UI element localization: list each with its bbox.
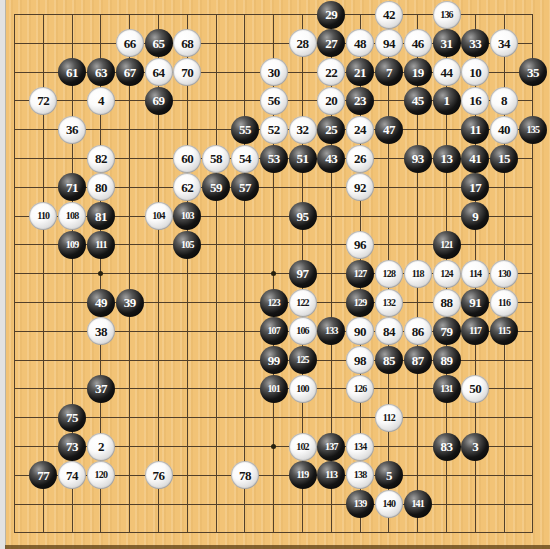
move-number: 26 [354, 152, 366, 165]
star-point [98, 271, 103, 276]
move-number: 52 [268, 123, 280, 136]
stone-white-114[interactable]: 114 [461, 260, 489, 288]
move-number: 43 [325, 152, 337, 165]
stone-black-41[interactable]: 41 [461, 145, 489, 173]
stone-white-80[interactable]: 80 [87, 173, 115, 201]
stone-white-52[interactable]: 52 [260, 116, 288, 144]
move-number: 139 [354, 499, 367, 509]
stone-white-56[interactable]: 56 [260, 87, 288, 115]
stone-black-35[interactable]: 35 [519, 58, 547, 86]
move-number: 41 [469, 152, 481, 165]
move-number: 127 [354, 269, 367, 279]
stone-white-72[interactable]: 72 [29, 87, 57, 115]
stone-black-91[interactable]: 91 [461, 289, 489, 317]
stone-black-103[interactable]: 103 [173, 202, 201, 230]
move-number: 42 [383, 8, 395, 21]
move-number: 136 [440, 10, 453, 20]
stone-black-1[interactable]: 1 [433, 87, 461, 115]
stone-black-129[interactable]: 129 [346, 289, 374, 317]
stone-white-10[interactable]: 10 [461, 58, 489, 86]
stone-white-138[interactable]: 138 [346, 461, 374, 489]
stone-black-85[interactable]: 85 [375, 346, 403, 374]
stone-black-45[interactable]: 45 [404, 87, 432, 115]
stone-white-130[interactable]: 130 [490, 260, 518, 288]
move-number: 76 [153, 469, 165, 482]
stone-white-22[interactable]: 22 [317, 58, 345, 86]
move-number: 57 [239, 181, 251, 194]
move-number: 121 [440, 240, 453, 250]
stone-black-121[interactable]: 121 [433, 231, 461, 259]
move-number: 122 [296, 298, 309, 308]
stone-white-68[interactable]: 68 [173, 29, 201, 57]
move-number: 115 [498, 326, 510, 336]
stone-white-112[interactable]: 112 [375, 404, 403, 432]
move-number: 54 [239, 152, 251, 165]
stone-white-20[interactable]: 20 [317, 87, 345, 115]
stone-black-33[interactable]: 33 [461, 29, 489, 57]
stone-white-132[interactable]: 132 [375, 289, 403, 317]
move-number: 96 [354, 238, 366, 251]
move-number: 10 [469, 66, 481, 79]
stone-black-17[interactable]: 17 [461, 173, 489, 201]
move-number: 38 [95, 325, 107, 338]
stone-white-140[interactable]: 140 [375, 490, 403, 518]
move-number: 123 [267, 298, 280, 308]
stone-black-63[interactable]: 63 [87, 58, 115, 86]
move-number: 111 [95, 240, 107, 250]
move-number: 138 [354, 470, 367, 480]
move-number: 84 [383, 325, 395, 338]
move-number: 140 [383, 499, 396, 509]
stone-white-34[interactable]: 34 [490, 29, 518, 57]
stone-black-11[interactable]: 11 [461, 116, 489, 144]
stone-black-19[interactable]: 19 [404, 58, 432, 86]
move-number: 60 [181, 152, 193, 165]
stone-black-93[interactable]: 93 [404, 145, 432, 173]
move-number: 130 [498, 269, 511, 279]
move-number: 87 [412, 354, 424, 367]
move-number: 56 [268, 94, 280, 107]
move-number: 99 [268, 354, 280, 367]
move-number: 113 [325, 470, 337, 480]
move-number: 125 [296, 355, 309, 365]
stone-white-104[interactable]: 104 [145, 202, 173, 230]
move-number: 83 [441, 440, 453, 453]
move-number: 4 [98, 94, 104, 107]
move-number: 110 [37, 211, 49, 221]
stone-black-61[interactable]: 61 [58, 58, 86, 86]
stone-white-108[interactable]: 108 [58, 202, 86, 230]
move-number: 48 [354, 37, 366, 50]
stone-black-125[interactable]: 125 [289, 346, 317, 374]
move-number: 95 [297, 210, 309, 223]
move-number: 70 [181, 66, 193, 79]
stone-black-57[interactable]: 57 [231, 173, 259, 201]
stone-black-81[interactable]: 81 [87, 202, 115, 230]
stone-white-40[interactable]: 40 [490, 116, 518, 144]
stone-black-89[interactable]: 89 [433, 346, 461, 374]
stone-black-97[interactable]: 97 [289, 260, 317, 288]
stone-black-13[interactable]: 13 [433, 145, 461, 173]
move-number: 22 [325, 66, 337, 79]
grid-horizontal-line [14, 504, 533, 505]
stone-black-83[interactable]: 83 [433, 433, 461, 461]
stone-white-88[interactable]: 88 [433, 289, 461, 317]
stone-black-23[interactable]: 23 [346, 87, 374, 115]
go-app-screen: 1234578910111315161719202122232425262728… [0, 0, 550, 549]
stone-black-5[interactable]: 5 [375, 461, 403, 489]
move-number: 72 [37, 94, 49, 107]
move-number: 117 [469, 326, 481, 336]
move-number: 2 [98, 440, 104, 453]
stone-black-37[interactable]: 37 [87, 375, 115, 403]
stone-white-134[interactable]: 134 [346, 433, 374, 461]
stone-white-16[interactable]: 16 [461, 87, 489, 115]
move-number: 107 [267, 326, 280, 336]
move-number: 71 [66, 181, 78, 194]
move-number: 97 [297, 267, 309, 280]
move-number: 17 [469, 181, 481, 194]
stone-black-59[interactable]: 59 [202, 173, 230, 201]
move-number: 135 [527, 125, 540, 135]
stone-white-30[interactable]: 30 [260, 58, 288, 86]
stone-white-118[interactable]: 118 [404, 260, 432, 288]
move-number: 9 [472, 210, 478, 223]
stone-black-15[interactable]: 15 [490, 145, 518, 173]
move-number: 35 [527, 66, 539, 79]
move-number: 29 [325, 8, 337, 21]
move-number: 11 [470, 123, 481, 136]
stone-white-2[interactable]: 2 [87, 433, 115, 461]
stone-white-46[interactable]: 46 [404, 29, 432, 57]
stone-white-64[interactable]: 64 [145, 58, 173, 86]
stone-white-50[interactable]: 50 [461, 375, 489, 403]
stone-white-60[interactable]: 60 [173, 145, 201, 173]
stone-black-75[interactable]: 75 [58, 404, 86, 432]
stone-white-86[interactable]: 86 [404, 317, 432, 345]
stone-white-38[interactable]: 38 [87, 317, 115, 345]
move-number: 101 [267, 384, 280, 394]
stone-black-137[interactable]: 137 [317, 433, 345, 461]
move-number: 63 [95, 66, 107, 79]
stone-black-67[interactable]: 67 [116, 58, 144, 86]
move-number: 59 [210, 181, 222, 194]
move-number: 5 [386, 469, 392, 482]
stone-black-135[interactable]: 135 [519, 116, 547, 144]
move-number: 73 [66, 440, 78, 453]
move-number: 134 [354, 442, 367, 452]
move-number: 32 [297, 123, 309, 136]
stone-white-136[interactable]: 136 [433, 1, 461, 29]
stone-white-62[interactable]: 62 [173, 173, 201, 201]
stone-black-29[interactable]: 29 [317, 1, 345, 29]
move-number: 37 [95, 382, 107, 395]
move-number: 19 [412, 66, 424, 79]
stone-white-116[interactable]: 116 [490, 289, 518, 317]
star-point [271, 271, 276, 276]
move-number: 16 [469, 94, 481, 107]
stone-black-99[interactable]: 99 [260, 346, 288, 374]
stone-white-26[interactable]: 26 [346, 145, 374, 173]
move-number: 103 [181, 211, 194, 221]
move-number: 46 [412, 37, 424, 50]
move-number: 126 [354, 384, 367, 394]
stone-white-128[interactable]: 128 [375, 260, 403, 288]
move-number: 109 [66, 240, 79, 250]
move-number: 89 [441, 354, 453, 367]
stone-black-127[interactable]: 127 [346, 260, 374, 288]
move-number: 82 [95, 152, 107, 165]
grid-vertical-line [532, 14, 533, 533]
move-number: 25 [325, 123, 337, 136]
move-number: 7 [386, 66, 392, 79]
stone-white-92[interactable]: 92 [346, 173, 374, 201]
stone-white-110[interactable]: 110 [29, 202, 57, 230]
move-number: 44 [441, 66, 453, 79]
move-number: 75 [66, 411, 78, 424]
move-number: 23 [354, 94, 366, 107]
move-number: 24 [354, 123, 366, 136]
move-number: 13 [441, 152, 453, 165]
stone-black-119[interactable]: 119 [289, 461, 317, 489]
move-number: 53 [268, 152, 280, 165]
board-bottom-edge [5, 545, 550, 549]
stone-black-55[interactable]: 55 [231, 116, 259, 144]
move-number: 28 [297, 37, 309, 50]
stone-black-53[interactable]: 53 [260, 145, 288, 173]
stone-black-9[interactable]: 9 [461, 202, 489, 230]
move-number: 3 [472, 440, 478, 453]
move-number: 104 [152, 211, 165, 221]
stone-white-124[interactable]: 124 [433, 260, 461, 288]
stone-black-111[interactable]: 111 [87, 231, 115, 259]
move-number: 91 [469, 296, 481, 309]
move-number: 33 [469, 37, 481, 50]
stone-black-27[interactable]: 27 [317, 29, 345, 57]
stone-black-117[interactable]: 117 [461, 317, 489, 345]
stone-black-31[interactable]: 31 [433, 29, 461, 57]
move-number: 78 [239, 469, 251, 482]
move-number: 90 [354, 325, 366, 338]
window-left-edge [0, 0, 6, 549]
move-number: 85 [383, 354, 395, 367]
move-number: 77 [37, 469, 49, 482]
stone-black-107[interactable]: 107 [260, 317, 288, 345]
stone-white-94[interactable]: 94 [375, 29, 403, 57]
stone-black-141[interactable]: 141 [404, 490, 432, 518]
move-number: 62 [181, 181, 193, 194]
stone-white-126[interactable]: 126 [346, 375, 374, 403]
stone-white-106[interactable]: 106 [289, 317, 317, 345]
move-number: 124 [440, 269, 453, 279]
move-number: 40 [498, 123, 510, 136]
stone-black-77[interactable]: 77 [29, 461, 57, 489]
move-number: 45 [412, 94, 424, 107]
stone-black-79[interactable]: 79 [433, 317, 461, 345]
stone-black-21[interactable]: 21 [346, 58, 374, 86]
grid-horizontal-line [14, 417, 533, 418]
stone-black-113[interactable]: 113 [317, 461, 345, 489]
move-number: 66 [124, 37, 136, 50]
stone-black-95[interactable]: 95 [289, 202, 317, 230]
move-number: 86 [412, 325, 424, 338]
move-number: 93 [412, 152, 424, 165]
stone-black-101[interactable]: 101 [260, 375, 288, 403]
stone-black-123[interactable]: 123 [260, 289, 288, 317]
stone-white-76[interactable]: 76 [145, 461, 173, 489]
stone-black-25[interactable]: 25 [317, 116, 345, 144]
move-number: 128 [383, 269, 396, 279]
move-number: 67 [124, 66, 136, 79]
stone-white-74[interactable]: 74 [58, 461, 86, 489]
stone-white-96[interactable]: 96 [346, 231, 374, 259]
stone-white-100[interactable]: 100 [289, 375, 317, 403]
move-number: 39 [124, 296, 136, 309]
stone-black-87[interactable]: 87 [404, 346, 432, 374]
stone-white-4[interactable]: 4 [87, 87, 115, 115]
stone-black-69[interactable]: 69 [145, 87, 173, 115]
grid-horizontal-line [14, 532, 533, 533]
move-number: 141 [411, 499, 424, 509]
move-number: 8 [501, 94, 507, 107]
move-number: 131 [440, 384, 453, 394]
stone-white-102[interactable]: 102 [289, 433, 317, 461]
stone-black-71[interactable]: 71 [58, 173, 86, 201]
move-number: 1 [444, 94, 450, 107]
move-number: 21 [354, 66, 366, 79]
move-number: 68 [181, 37, 193, 50]
stone-white-28[interactable]: 28 [289, 29, 317, 57]
stone-white-44[interactable]: 44 [433, 58, 461, 86]
move-number: 81 [95, 210, 107, 223]
stone-black-115[interactable]: 115 [490, 317, 518, 345]
move-number: 50 [469, 382, 481, 395]
stone-white-66[interactable]: 66 [116, 29, 144, 57]
move-number: 34 [498, 37, 510, 50]
move-number: 55 [239, 123, 251, 136]
move-number: 100 [296, 384, 309, 394]
move-number: 49 [95, 296, 107, 309]
star-point [271, 444, 276, 449]
move-number: 64 [153, 66, 165, 79]
move-number: 114 [469, 269, 481, 279]
stone-black-139[interactable]: 139 [346, 490, 374, 518]
move-number: 88 [441, 296, 453, 309]
go-board[interactable]: 1234578910111315161719202122232425262728… [0, 0, 550, 549]
stone-black-3[interactable]: 3 [461, 433, 489, 461]
move-number: 65 [153, 37, 165, 50]
stone-black-49[interactable]: 49 [87, 289, 115, 317]
move-number: 80 [95, 181, 107, 194]
stone-black-43[interactable]: 43 [317, 145, 345, 173]
move-number: 129 [354, 298, 367, 308]
move-number: 69 [153, 94, 165, 107]
move-number: 30 [268, 66, 280, 79]
stone-white-58[interactable]: 58 [202, 145, 230, 173]
stone-black-133[interactable]: 133 [317, 317, 345, 345]
stone-white-90[interactable]: 90 [346, 317, 374, 345]
move-number: 133 [325, 326, 338, 336]
move-number: 74 [66, 469, 78, 482]
move-number: 132 [383, 298, 396, 308]
stone-white-98[interactable]: 98 [346, 346, 374, 374]
stone-white-36[interactable]: 36 [58, 116, 86, 144]
move-number: 120 [95, 470, 108, 480]
stone-black-109[interactable]: 109 [58, 231, 86, 259]
move-number: 137 [325, 442, 338, 452]
move-number: 94 [383, 37, 395, 50]
move-number: 106 [296, 326, 309, 336]
move-number: 58 [210, 152, 222, 165]
stone-white-48[interactable]: 48 [346, 29, 374, 57]
move-number: 61 [66, 66, 78, 79]
move-number: 47 [383, 123, 395, 136]
stone-black-73[interactable]: 73 [58, 433, 86, 461]
move-number: 51 [297, 152, 309, 165]
stone-black-105[interactable]: 105 [173, 231, 201, 259]
move-number: 98 [354, 354, 366, 367]
move-number: 79 [441, 325, 453, 338]
stone-black-131[interactable]: 131 [433, 375, 461, 403]
stone-white-70[interactable]: 70 [173, 58, 201, 86]
move-number: 105 [181, 240, 194, 250]
move-number: 118 [412, 269, 424, 279]
stone-white-78[interactable]: 78 [231, 461, 259, 489]
stone-black-7[interactable]: 7 [375, 58, 403, 86]
stone-white-120[interactable]: 120 [87, 461, 115, 489]
move-number: 20 [325, 94, 337, 107]
stone-white-42[interactable]: 42 [375, 1, 403, 29]
stone-white-54[interactable]: 54 [231, 145, 259, 173]
move-number: 112 [383, 413, 395, 423]
move-number: 27 [325, 37, 337, 50]
stone-white-82[interactable]: 82 [87, 145, 115, 173]
stone-white-8[interactable]: 8 [490, 87, 518, 115]
stone-white-32[interactable]: 32 [289, 116, 317, 144]
move-number: 119 [296, 470, 308, 480]
move-number: 92 [354, 181, 366, 194]
move-number: 31 [441, 37, 453, 50]
stone-white-84[interactable]: 84 [375, 317, 403, 345]
stone-black-51[interactable]: 51 [289, 145, 317, 173]
stone-black-39[interactable]: 39 [116, 289, 144, 317]
stone-black-65[interactable]: 65 [145, 29, 173, 57]
stone-white-122[interactable]: 122 [289, 289, 317, 317]
stone-white-24[interactable]: 24 [346, 116, 374, 144]
move-number: 108 [66, 211, 79, 221]
move-number: 15 [498, 152, 510, 165]
move-number: 116 [498, 298, 510, 308]
stone-black-47[interactable]: 47 [375, 116, 403, 144]
move-number: 36 [66, 123, 78, 136]
move-number: 102 [296, 442, 309, 452]
